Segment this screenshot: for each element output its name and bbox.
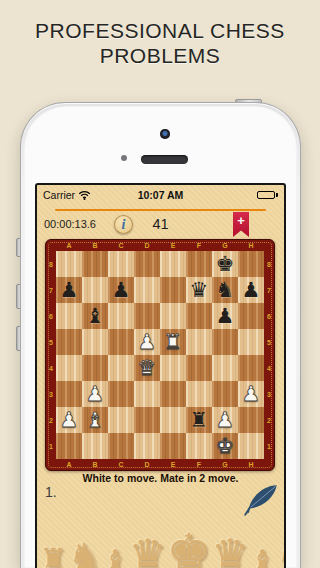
- square-d7[interactable]: [134, 277, 160, 303]
- quill-solution-button[interactable]: [241, 479, 283, 521]
- square-c2[interactable]: [108, 407, 134, 433]
- piece-black-rook: ♜: [190, 410, 209, 431]
- square-d5[interactable]: ♟: [134, 329, 160, 355]
- piece-black-pawn: ♟: [60, 280, 79, 301]
- piece-black-bishop: ♝: [86, 306, 105, 327]
- file-label-g: G: [212, 459, 238, 470]
- rank-label-5: 5: [264, 329, 274, 355]
- square-e4[interactable]: [160, 355, 186, 381]
- square-e8[interactable]: [160, 251, 186, 277]
- square-b3[interactable]: ♟: [82, 381, 108, 407]
- square-d3[interactable]: [134, 381, 160, 407]
- square-b8[interactable]: [82, 251, 108, 277]
- square-a3[interactable]: [56, 381, 82, 407]
- file-label-c: C: [108, 240, 134, 251]
- square-e3[interactable]: [160, 381, 186, 407]
- piece-black-king: ♚: [216, 254, 235, 275]
- file-label-f: F: [186, 459, 212, 470]
- piece-white-pawn: ♟: [138, 332, 157, 353]
- decor-piece-icon: ♛: [211, 536, 249, 568]
- page-title: PROFESSIONAL CHESS PROBLEMS: [0, 18, 320, 68]
- file-label-g: G: [212, 240, 238, 251]
- square-g1[interactable]: ♚: [212, 433, 238, 459]
- rank-label-7: 7: [264, 277, 274, 303]
- file-label-b: B: [82, 240, 108, 251]
- square-h2[interactable]: [238, 407, 264, 433]
- square-e1[interactable]: [160, 433, 186, 459]
- square-e6[interactable]: [160, 303, 186, 329]
- square-a4[interactable]: [56, 355, 82, 381]
- piece-black-queen: ♛: [190, 280, 209, 301]
- square-b2[interactable]: ♝: [82, 407, 108, 433]
- file-label-c: C: [108, 459, 134, 470]
- file-labels-top: ABCDEFGH: [56, 240, 264, 251]
- square-h6[interactable]: [238, 303, 264, 329]
- earpiece-speaker: [141, 155, 188, 164]
- file-label-e: E: [160, 459, 186, 470]
- square-a1[interactable]: [56, 433, 82, 459]
- piece-black-knight: ♞: [216, 280, 235, 301]
- decor-piece-icon: ♝: [249, 547, 276, 568]
- rank-label-7: 7: [46, 277, 56, 303]
- piece-white-rook: ♜: [164, 332, 183, 353]
- piece-white-pawn: ♟: [216, 410, 235, 431]
- rank-label-3: 3: [46, 381, 56, 407]
- decor-piece-icon: ♛: [129, 536, 167, 568]
- square-f3[interactable]: [186, 381, 212, 407]
- square-b1[interactable]: [82, 433, 108, 459]
- move-number: 1.: [45, 484, 57, 500]
- square-f2[interactable]: ♜: [186, 407, 212, 433]
- decor-piece-icon: ♞: [68, 540, 102, 568]
- rank-label-2: 2: [264, 407, 274, 433]
- page-title-line2: PROBLEMS: [0, 43, 320, 68]
- plus-icon: +: [237, 212, 245, 237]
- decor-piece-icon: ♚: [166, 529, 211, 568]
- file-label-e: E: [160, 240, 186, 251]
- status-time: 10:07 AM: [37, 189, 284, 201]
- piece-black-pawn: ♟: [242, 280, 261, 301]
- app-screen: 10:07 AM Carrier 00:00:13.6 i 41 +: [35, 183, 286, 568]
- file-label-d: D: [134, 459, 160, 470]
- square-e5[interactable]: ♜: [160, 329, 186, 355]
- square-g8[interactable]: ♚: [212, 251, 238, 277]
- rank-labels-left: 87654321: [46, 251, 56, 459]
- decor-piece-icon: ♜: [39, 546, 68, 568]
- square-g3[interactable]: [212, 381, 238, 407]
- square-e7[interactable]: [160, 277, 186, 303]
- square-c6[interactable]: [108, 303, 134, 329]
- square-g4[interactable]: [212, 355, 238, 381]
- file-label-b: B: [82, 459, 108, 470]
- square-f5[interactable]: [186, 329, 212, 355]
- square-f8[interactable]: [186, 251, 212, 277]
- proximity-sensor-icon: [121, 155, 127, 161]
- piece-white-king: ♚: [216, 436, 235, 457]
- square-d2[interactable]: [134, 407, 160, 433]
- piece-white-queen: ♛: [138, 358, 157, 379]
- rank-label-4: 4: [46, 355, 56, 381]
- square-d4[interactable]: ♛: [134, 355, 160, 381]
- square-a2[interactable]: ♟: [56, 407, 82, 433]
- square-b5[interactable]: [82, 329, 108, 355]
- file-label-h: H: [238, 240, 264, 251]
- square-h7[interactable]: ♟: [238, 277, 264, 303]
- square-g6[interactable]: ♟: [212, 303, 238, 329]
- square-c4[interactable]: [108, 355, 134, 381]
- square-c3[interactable]: [108, 381, 134, 407]
- file-label-h: H: [238, 459, 264, 470]
- piece-white-bishop: ♝: [86, 410, 105, 431]
- square-e2[interactable]: [160, 407, 186, 433]
- square-b7[interactable]: [82, 277, 108, 303]
- rank-label-1: 1: [46, 433, 56, 459]
- board-grid: ♚♟♟♛♞♟♝♟♟♜♛♟♟♟♝♜♟♚: [56, 251, 264, 459]
- rank-label-8: 8: [46, 251, 56, 277]
- square-g5[interactable]: [212, 329, 238, 355]
- rank-label-4: 4: [264, 355, 274, 381]
- file-label-d: D: [134, 240, 160, 251]
- bookmark-add-button[interactable]: +: [233, 212, 249, 237]
- square-g7[interactable]: ♞: [212, 277, 238, 303]
- file-label-a: A: [56, 240, 82, 251]
- battery-icon: [257, 191, 278, 199]
- rank-label-2: 2: [46, 407, 56, 433]
- rank-label-1: 1: [264, 433, 274, 459]
- square-f6[interactable]: [186, 303, 212, 329]
- square-b4[interactable]: [82, 355, 108, 381]
- rank-label-5: 5: [46, 329, 56, 355]
- square-h4[interactable]: [238, 355, 264, 381]
- front-camera-icon: [160, 129, 170, 139]
- square-a8[interactable]: [56, 251, 82, 277]
- square-f1[interactable]: [186, 433, 212, 459]
- rank-label-3: 3: [264, 381, 274, 407]
- file-labels-bottom: ABCDEFGH: [56, 459, 264, 470]
- square-f7[interactable]: ♛: [186, 277, 212, 303]
- status-bar: 10:07 AM Carrier: [37, 185, 284, 205]
- decorative-chess-pieces: ♜♞♝♛♚♛♝♞♜: [37, 522, 284, 568]
- square-h3[interactable]: ♟: [238, 381, 264, 407]
- piece-white-pawn: ♟: [86, 384, 105, 405]
- square-d6[interactable]: [134, 303, 160, 329]
- square-a7[interactable]: ♟: [56, 277, 82, 303]
- square-g2[interactable]: ♟: [212, 407, 238, 433]
- piece-white-pawn: ♟: [242, 384, 261, 405]
- square-b6[interactable]: ♝: [82, 303, 108, 329]
- rank-label-8: 8: [264, 251, 274, 277]
- rank-label-6: 6: [264, 303, 274, 329]
- feather-quill-icon: [241, 479, 283, 521]
- piece-white-pawn: ♟: [60, 410, 79, 431]
- piece-black-pawn: ♟: [112, 280, 131, 301]
- square-c5[interactable]: [108, 329, 134, 355]
- chess-board: ABCDEFGH ABCDEFGH 87654321 87654321 ♚♟♟♛…: [45, 239, 275, 471]
- piece-black-pawn: ♟: [216, 306, 235, 327]
- square-c8[interactable]: [108, 251, 134, 277]
- square-h8[interactable]: [238, 251, 264, 277]
- file-label-a: A: [56, 459, 82, 470]
- file-label-f: F: [186, 240, 212, 251]
- rank-labels-right: 87654321: [264, 251, 274, 459]
- page-title-line1: PROFESSIONAL CHESS: [0, 18, 320, 43]
- square-h5[interactable]: [238, 329, 264, 355]
- square-d1[interactable]: [134, 433, 160, 459]
- square-h1[interactable]: [238, 433, 264, 459]
- square-c7[interactable]: ♟: [108, 277, 134, 303]
- square-a6[interactable]: [56, 303, 82, 329]
- square-c1[interactable]: [108, 433, 134, 459]
- decor-piece-icon: ♝: [102, 547, 129, 568]
- toolbar: 00:00:13.6 i 41 +: [37, 211, 284, 239]
- square-a5[interactable]: [56, 329, 82, 355]
- decor-piece-icon: ♞: [276, 540, 284, 568]
- square-f4[interactable]: [186, 355, 212, 381]
- rank-label-6: 6: [46, 303, 56, 329]
- square-d8[interactable]: [134, 251, 160, 277]
